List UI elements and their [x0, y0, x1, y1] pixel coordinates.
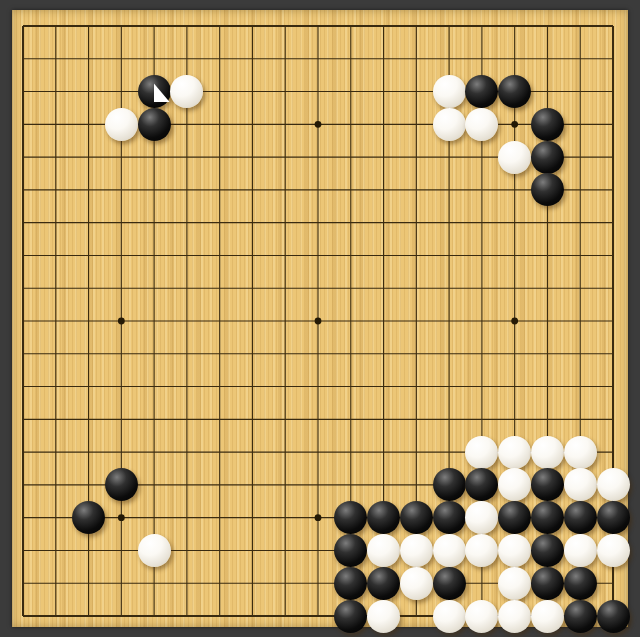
star-point — [315, 318, 322, 325]
white-stone[interactable] — [498, 600, 531, 633]
app-background — [0, 0, 640, 637]
white-stone[interactable] — [433, 600, 466, 633]
black-stone[interactable] — [498, 501, 531, 534]
black-stone[interactable] — [334, 567, 367, 600]
star-point — [315, 514, 322, 521]
white-stone[interactable] — [564, 534, 597, 567]
black-stone[interactable] — [531, 173, 564, 206]
white-stone[interactable] — [433, 75, 466, 108]
white-stone[interactable] — [400, 567, 433, 600]
star-point — [511, 318, 518, 325]
white-stone[interactable] — [564, 468, 597, 501]
black-stone[interactable] — [564, 501, 597, 534]
go-board[interactable] — [12, 10, 628, 627]
black-stone[interactable] — [531, 141, 564, 174]
black-stone[interactable] — [138, 75, 171, 108]
white-stone[interactable] — [170, 75, 203, 108]
white-stone[interactable] — [465, 436, 498, 469]
black-stone[interactable] — [531, 468, 564, 501]
white-stone[interactable] — [367, 534, 400, 567]
last-move-triangle-marker — [154, 83, 170, 102]
black-stone[interactable] — [498, 75, 531, 108]
star-point — [118, 514, 125, 521]
white-stone[interactable] — [465, 108, 498, 141]
white-stone[interactable] — [465, 600, 498, 633]
white-stone[interactable] — [400, 534, 433, 567]
black-stone[interactable] — [433, 468, 466, 501]
white-stone[interactable] — [498, 468, 531, 501]
white-stone[interactable] — [465, 534, 498, 567]
white-stone[interactable] — [433, 534, 466, 567]
black-stone[interactable] — [597, 501, 630, 534]
white-stone[interactable] — [433, 108, 466, 141]
white-stone[interactable] — [531, 436, 564, 469]
black-stone[interactable] — [367, 501, 400, 534]
black-stone[interactable] — [334, 600, 367, 633]
star-point — [118, 318, 125, 325]
black-stone[interactable] — [433, 567, 466, 600]
white-stone[interactable] — [531, 600, 564, 633]
black-stone[interactable] — [465, 75, 498, 108]
black-stone[interactable] — [597, 600, 630, 633]
black-stone[interactable] — [531, 567, 564, 600]
black-stone[interactable] — [531, 108, 564, 141]
white-stone[interactable] — [498, 436, 531, 469]
white-stone[interactable] — [498, 141, 531, 174]
white-stone[interactable] — [105, 108, 138, 141]
white-stone[interactable] — [465, 501, 498, 534]
black-stone[interactable] — [433, 501, 466, 534]
black-stone[interactable] — [400, 501, 433, 534]
black-stone[interactable] — [564, 600, 597, 633]
white-stone[interactable] — [498, 534, 531, 567]
black-stone[interactable] — [105, 468, 138, 501]
black-stone[interactable] — [72, 501, 105, 534]
white-stone[interactable] — [564, 436, 597, 469]
star-point — [315, 121, 322, 128]
star-point — [511, 121, 518, 128]
black-stone[interactable] — [367, 567, 400, 600]
board-grid — [12, 10, 628, 627]
white-stone[interactable] — [597, 468, 630, 501]
black-stone[interactable] — [334, 534, 367, 567]
white-stone[interactable] — [367, 600, 400, 633]
white-stone[interactable] — [498, 567, 531, 600]
black-stone[interactable] — [531, 534, 564, 567]
black-stone[interactable] — [334, 501, 367, 534]
black-stone[interactable] — [564, 567, 597, 600]
black-stone[interactable] — [138, 108, 171, 141]
black-stone[interactable] — [465, 468, 498, 501]
white-stone[interactable] — [138, 534, 171, 567]
black-stone[interactable] — [531, 501, 564, 534]
white-stone[interactable] — [597, 534, 630, 567]
